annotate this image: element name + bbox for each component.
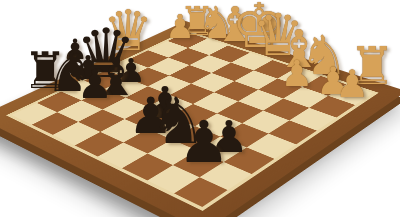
chess-board (0, 21, 400, 217)
chess-set-photo: ♜♟♞♝♚♛♛♟♝♞♟♟♛♟♜♜♟♞♟♝♟♟♟♞♟♟ (0, 0, 400, 217)
black-pawn: ♟ (62, 36, 87, 64)
board-field (6, 30, 379, 211)
